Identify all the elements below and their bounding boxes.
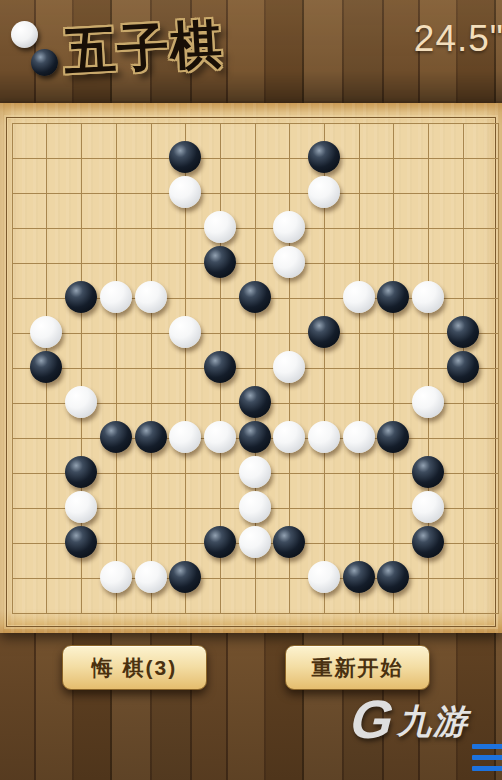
- board-cell[interactable]: [168, 421, 203, 456]
- stone-black: [239, 421, 271, 453]
- stone-white: [135, 281, 167, 313]
- board-cell[interactable]: [376, 561, 411, 596]
- board-cell[interactable]: [376, 281, 411, 316]
- board-cell[interactable]: [480, 351, 502, 386]
- gomoku-app-screen: 五子棋 24.5" 悔 棋(3) 重新开始 G 九游: [0, 0, 502, 780]
- stone-white: [100, 281, 132, 313]
- board-cell[interactable]: [133, 316, 168, 351]
- board-cell[interactable]: [98, 386, 133, 421]
- board-cell[interactable]: [307, 526, 342, 561]
- stone-black: [204, 351, 236, 383]
- stone-black: [65, 281, 97, 313]
- board-cell[interactable]: [203, 281, 238, 316]
- board-cell[interactable]: [168, 491, 203, 526]
- board-cell[interactable]: [411, 561, 446, 596]
- board-cell[interactable]: [480, 211, 502, 246]
- logo-black-stone-icon: [31, 49, 58, 76]
- stone-black: [239, 281, 271, 313]
- board-cell[interactable]: [480, 421, 502, 456]
- board-cell[interactable]: [133, 456, 168, 491]
- board-cell[interactable]: [480, 456, 502, 491]
- board-cell[interactable]: [64, 421, 99, 456]
- stone-black: [447, 316, 479, 348]
- board-cell[interactable]: [29, 211, 64, 246]
- board-cell[interactable]: [480, 106, 502, 141]
- board-cell[interactable]: [341, 141, 376, 176]
- board-cell[interactable]: [307, 106, 342, 141]
- hamburger-menu-icon[interactable]: [472, 744, 502, 777]
- stone-white: [65, 386, 97, 418]
- logo-white-stone-icon: [11, 21, 38, 48]
- board-cell[interactable]: [411, 211, 446, 246]
- board-cell[interactable]: [168, 351, 203, 386]
- stone-black: [204, 526, 236, 558]
- board-cell[interactable]: [376, 421, 411, 456]
- board-cell[interactable]: [168, 246, 203, 281]
- board-cell[interactable]: [376, 596, 411, 631]
- board-cell[interactable]: [0, 316, 29, 351]
- board-cell[interactable]: [29, 491, 64, 526]
- stone-white: [273, 421, 305, 453]
- board-cell[interactable]: [29, 456, 64, 491]
- board-cell[interactable]: [133, 491, 168, 526]
- stone-black: [100, 421, 132, 453]
- board-cell[interactable]: [272, 386, 307, 421]
- board-cell[interactable]: [376, 456, 411, 491]
- brand-text: 九游: [396, 704, 476, 738]
- board-cell[interactable]: [272, 211, 307, 246]
- board-cell[interactable]: [98, 106, 133, 141]
- board-cell[interactable]: [98, 596, 133, 631]
- board-cell[interactable]: [0, 176, 29, 211]
- stone-white: [169, 421, 201, 453]
- board-cell[interactable]: [411, 491, 446, 526]
- stone-white: [30, 316, 62, 348]
- undo-button[interactable]: 悔 棋(3): [62, 645, 207, 690]
- board-cell[interactable]: [168, 561, 203, 596]
- board-cell[interactable]: [376, 211, 411, 246]
- board-cell[interactable]: [341, 176, 376, 211]
- board-cell[interactable]: [341, 106, 376, 141]
- stone-white: [273, 351, 305, 383]
- board-cell[interactable]: [307, 561, 342, 596]
- stone-black: [377, 421, 409, 453]
- board-cell[interactable]: [237, 211, 272, 246]
- board-cell[interactable]: [133, 526, 168, 561]
- board-cell[interactable]: [203, 106, 238, 141]
- app-title: 五子棋: [62, 7, 246, 88]
- stone-white: [239, 456, 271, 488]
- board-cell[interactable]: [411, 351, 446, 386]
- board-cell[interactable]: [168, 526, 203, 561]
- board-cell[interactable]: [98, 211, 133, 246]
- board-cell[interactable]: [307, 386, 342, 421]
- board-cell[interactable]: [376, 386, 411, 421]
- board-cell[interactable]: [133, 561, 168, 596]
- board-cell[interactable]: [445, 211, 480, 246]
- board-cell[interactable]: [411, 316, 446, 351]
- board-cell[interactable]: [98, 141, 133, 176]
- board-cell[interactable]: [168, 456, 203, 491]
- board-cell[interactable]: [203, 491, 238, 526]
- move-timer: 24.5": [414, 18, 502, 60]
- board-cell[interactable]: [376, 351, 411, 386]
- stone-white: [308, 421, 340, 453]
- stone-black: [343, 561, 375, 593]
- board-cell[interactable]: [29, 316, 64, 351]
- board-cell[interactable]: [0, 281, 29, 316]
- stone-black: [204, 246, 236, 278]
- board-cell[interactable]: [237, 421, 272, 456]
- board-cell[interactable]: [411, 176, 446, 211]
- board-cell[interactable]: [480, 596, 502, 631]
- board-cell[interactable]: [203, 211, 238, 246]
- board-cell[interactable]: [237, 386, 272, 421]
- header-bar: 五子棋 24.5": [0, 0, 502, 103]
- stone-white: [308, 176, 340, 208]
- board-cell[interactable]: [168, 141, 203, 176]
- board-cell[interactable]: [64, 176, 99, 211]
- board-cell[interactable]: [307, 281, 342, 316]
- board-cell[interactable]: [307, 351, 342, 386]
- board-cell[interactable]: [411, 456, 446, 491]
- stone-black: [308, 316, 340, 348]
- board-cell[interactable]: [29, 421, 64, 456]
- board-cell[interactable]: [480, 316, 502, 351]
- board-cell[interactable]: [376, 106, 411, 141]
- board-cell[interactable]: [307, 421, 342, 456]
- board-cell[interactable]: [0, 386, 29, 421]
- board-cell[interactable]: [480, 176, 502, 211]
- board-cell[interactable]: [64, 281, 99, 316]
- board-cell[interactable]: [98, 351, 133, 386]
- board-cell[interactable]: [29, 561, 64, 596]
- board-cell[interactable]: [272, 561, 307, 596]
- board-cell[interactable]: [168, 316, 203, 351]
- board-cell[interactable]: [272, 456, 307, 491]
- board-cell[interactable]: [0, 421, 29, 456]
- board-cell[interactable]: [480, 281, 502, 316]
- board-cell[interactable]: [98, 421, 133, 456]
- stone-white: [343, 281, 375, 313]
- board-cell[interactable]: [480, 561, 502, 596]
- board-cell[interactable]: [341, 596, 376, 631]
- board-cell[interactable]: [341, 386, 376, 421]
- board-cell[interactable]: [376, 141, 411, 176]
- stone-white: [239, 526, 271, 558]
- board-cell[interactable]: [0, 246, 29, 281]
- stone-white: [169, 316, 201, 348]
- board-cell[interactable]: [411, 526, 446, 561]
- board-cell[interactable]: [203, 246, 238, 281]
- board-cell[interactable]: [168, 211, 203, 246]
- board-cell[interactable]: [445, 456, 480, 491]
- board-cell[interactable]: [29, 386, 64, 421]
- board-cell[interactable]: [237, 176, 272, 211]
- board-cell[interactable]: [307, 211, 342, 246]
- stone-black: [65, 526, 97, 558]
- board-cell[interactable]: [203, 316, 238, 351]
- board-cell[interactable]: [29, 176, 64, 211]
- stone-white: [273, 246, 305, 278]
- board-cell[interactable]: [341, 281, 376, 316]
- board-cell[interactable]: [168, 386, 203, 421]
- board-cell[interactable]: [133, 351, 168, 386]
- board-cell[interactable]: [0, 211, 29, 246]
- board-cell[interactable]: [0, 351, 29, 386]
- board-cell[interactable]: [203, 526, 238, 561]
- board-cell[interactable]: [29, 351, 64, 386]
- board-cell[interactable]: [98, 316, 133, 351]
- board-cell[interactable]: [480, 386, 502, 421]
- board-cell[interactable]: [0, 141, 29, 176]
- board-cell[interactable]: [272, 246, 307, 281]
- board-cell[interactable]: [203, 176, 238, 211]
- board-cell[interactable]: [272, 596, 307, 631]
- board-cell[interactable]: [307, 176, 342, 211]
- board-cell[interactable]: [445, 351, 480, 386]
- stone-black: [377, 281, 409, 313]
- board-cell[interactable]: [411, 386, 446, 421]
- board-cell[interactable]: [203, 351, 238, 386]
- board-cell[interactable]: [307, 491, 342, 526]
- stone-black: [169, 561, 201, 593]
- board-cell[interactable]: [203, 456, 238, 491]
- board-cell[interactable]: [307, 596, 342, 631]
- board-cell[interactable]: [307, 246, 342, 281]
- board-cell[interactable]: [341, 421, 376, 456]
- board-cell[interactable]: [272, 281, 307, 316]
- board-cell[interactable]: [445, 491, 480, 526]
- board-cell[interactable]: [64, 246, 99, 281]
- board-cell[interactable]: [237, 281, 272, 316]
- board-cell[interactable]: [411, 141, 446, 176]
- stone-black: [412, 526, 444, 558]
- stone-white: [273, 211, 305, 243]
- board-cell[interactable]: [98, 456, 133, 491]
- stone-white: [169, 176, 201, 208]
- board-cell[interactable]: [376, 491, 411, 526]
- board-cell[interactable]: [0, 456, 29, 491]
- board-cell[interactable]: [64, 526, 99, 561]
- board-cell[interactable]: [237, 596, 272, 631]
- board-cell[interactable]: [480, 141, 502, 176]
- board-cell[interactable]: [133, 211, 168, 246]
- board-cell[interactable]: [307, 316, 342, 351]
- board-cell[interactable]: [0, 561, 29, 596]
- board-cell[interactable]: [341, 491, 376, 526]
- stone-black: [65, 456, 97, 488]
- stone-white: [135, 561, 167, 593]
- board-cell[interactable]: [376, 316, 411, 351]
- board-cell[interactable]: [237, 491, 272, 526]
- board-cell[interactable]: [445, 141, 480, 176]
- board-cell[interactable]: [272, 176, 307, 211]
- board-cell[interactable]: [29, 281, 64, 316]
- board-cell[interactable]: [272, 316, 307, 351]
- board-cell[interactable]: [64, 106, 99, 141]
- board-cell[interactable]: [0, 596, 29, 631]
- board-cell[interactable]: [445, 281, 480, 316]
- board-cell[interactable]: [480, 526, 502, 561]
- board-cell[interactable]: [29, 141, 64, 176]
- board-cell[interactable]: [133, 281, 168, 316]
- board-cell[interactable]: [29, 106, 64, 141]
- board-cell[interactable]: [237, 141, 272, 176]
- board-cell[interactable]: [480, 246, 502, 281]
- board-cell[interactable]: [341, 351, 376, 386]
- board-cell[interactable]: [272, 526, 307, 561]
- stone-black: [273, 526, 305, 558]
- stone-black: [377, 561, 409, 593]
- board-cell[interactable]: [445, 596, 480, 631]
- board-cell[interactable]: [237, 246, 272, 281]
- board-cell[interactable]: [272, 421, 307, 456]
- board-cell[interactable]: [64, 386, 99, 421]
- stone-black: [412, 456, 444, 488]
- board-cell[interactable]: [445, 246, 480, 281]
- board-cell[interactable]: [64, 456, 99, 491]
- stone-white: [412, 386, 444, 418]
- board-cell[interactable]: [307, 141, 342, 176]
- board-cell[interactable]: [307, 456, 342, 491]
- board-cell[interactable]: [168, 596, 203, 631]
- board-cell[interactable]: [98, 246, 133, 281]
- board-cell[interactable]: [64, 316, 99, 351]
- board-cell[interactable]: [203, 561, 238, 596]
- stone-black: [135, 421, 167, 453]
- board-cell[interactable]: [133, 596, 168, 631]
- board-cell[interactable]: [341, 246, 376, 281]
- board-cell[interactable]: [445, 176, 480, 211]
- board-cell[interactable]: [272, 351, 307, 386]
- board-cell[interactable]: [341, 526, 376, 561]
- board-cell[interactable]: [272, 106, 307, 141]
- board-cell[interactable]: [411, 246, 446, 281]
- board-cell[interactable]: [445, 561, 480, 596]
- board-cell[interactable]: [29, 246, 64, 281]
- board-cell[interactable]: [168, 176, 203, 211]
- board-cell[interactable]: [133, 106, 168, 141]
- board-cell[interactable]: [98, 561, 133, 596]
- board-cell[interactable]: [29, 596, 64, 631]
- board-cell[interactable]: [237, 456, 272, 491]
- board-cell[interactable]: [168, 281, 203, 316]
- board-cell[interactable]: [341, 211, 376, 246]
- board-cell[interactable]: [64, 351, 99, 386]
- board-cell[interactable]: [272, 491, 307, 526]
- board-cell[interactable]: [98, 176, 133, 211]
- board-cell[interactable]: [133, 421, 168, 456]
- board-cell[interactable]: [376, 176, 411, 211]
- stone-white: [343, 421, 375, 453]
- board-cell[interactable]: [64, 491, 99, 526]
- board-cell[interactable]: [203, 141, 238, 176]
- board-cell[interactable]: [341, 456, 376, 491]
- board-cell[interactable]: [376, 246, 411, 281]
- stone-white: [412, 491, 444, 523]
- stone-black: [30, 351, 62, 383]
- board-cell[interactable]: [272, 141, 307, 176]
- board-cell[interactable]: [376, 526, 411, 561]
- board-cell[interactable]: [133, 246, 168, 281]
- stone-white: [204, 421, 236, 453]
- board-cell[interactable]: [98, 526, 133, 561]
- board-cell[interactable]: [98, 491, 133, 526]
- restart-button[interactable]: 重新开始: [285, 645, 430, 690]
- board-cell[interactable]: [203, 596, 238, 631]
- stone-grid: [0, 106, 502, 631]
- stone-white: [65, 491, 97, 523]
- jiuyou-brand-logo[interactable]: G 九游: [352, 692, 472, 746]
- board-cell[interactable]: [0, 526, 29, 561]
- gomoku-board[interactable]: [0, 103, 502, 633]
- board-cell[interactable]: [237, 561, 272, 596]
- board-cell[interactable]: [133, 386, 168, 421]
- board-cell[interactable]: [64, 561, 99, 596]
- board-cell[interactable]: [237, 316, 272, 351]
- board-cell[interactable]: [0, 491, 29, 526]
- board-cell[interactable]: [237, 106, 272, 141]
- board-cell[interactable]: [168, 106, 203, 141]
- stone-white: [239, 491, 271, 523]
- board-cell[interactable]: [445, 316, 480, 351]
- board-cell[interactable]: [237, 351, 272, 386]
- board-cell[interactable]: [341, 561, 376, 596]
- board-cell[interactable]: [0, 106, 29, 141]
- board-cell[interactable]: [64, 596, 99, 631]
- board-cell[interactable]: [445, 106, 480, 141]
- board-cell[interactable]: [133, 141, 168, 176]
- board-cell[interactable]: [64, 211, 99, 246]
- stone-white: [204, 211, 236, 243]
- board-cell[interactable]: [29, 526, 64, 561]
- board-cell[interactable]: [203, 421, 238, 456]
- stone-black: [308, 141, 340, 173]
- stone-white: [100, 561, 132, 593]
- g-logo-icon: G: [345, 692, 400, 746]
- board-cell[interactable]: [480, 491, 502, 526]
- board-cell[interactable]: [98, 281, 133, 316]
- stone-black: [447, 351, 479, 383]
- board-cell[interactable]: [411, 281, 446, 316]
- board-cell[interactable]: [411, 106, 446, 141]
- stone-white: [308, 561, 340, 593]
- stone-black: [169, 141, 201, 173]
- board-cell[interactable]: [203, 386, 238, 421]
- board-cell[interactable]: [133, 176, 168, 211]
- board-cell[interactable]: [411, 596, 446, 631]
- board-cell[interactable]: [445, 526, 480, 561]
- board-cell[interactable]: [445, 386, 480, 421]
- board-cell[interactable]: [341, 316, 376, 351]
- board-cell[interactable]: [445, 421, 480, 456]
- stone-black: [239, 386, 271, 418]
- stone-white: [412, 281, 444, 313]
- board-cell[interactable]: [411, 421, 446, 456]
- board-cell[interactable]: [237, 526, 272, 561]
- board-cell[interactable]: [64, 141, 99, 176]
